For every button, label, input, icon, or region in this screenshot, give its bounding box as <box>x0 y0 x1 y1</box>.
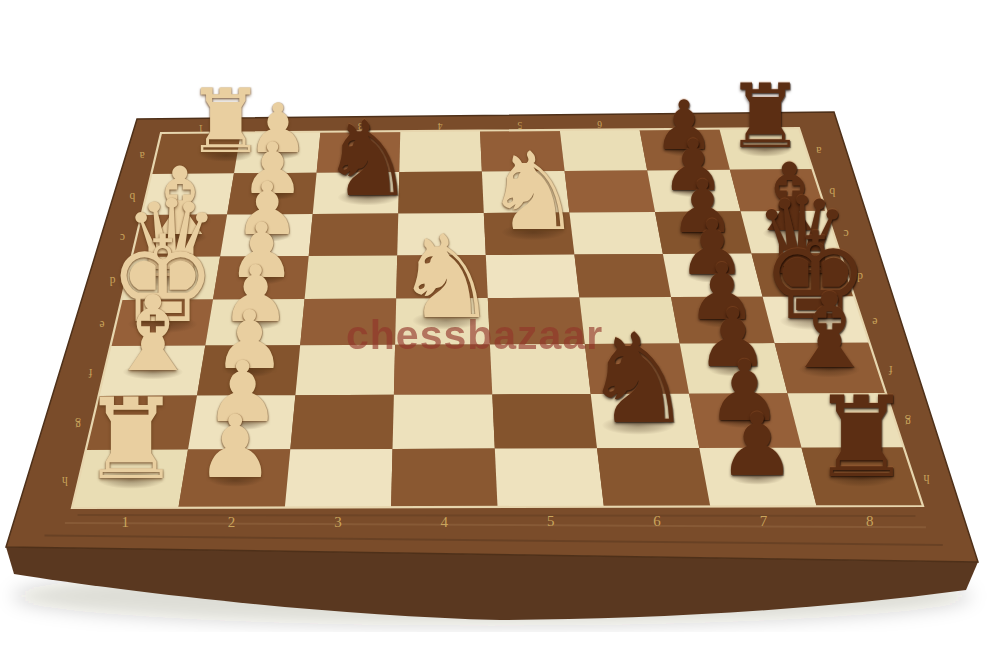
square-a1 <box>151 132 241 174</box>
square-d2 <box>213 256 309 299</box>
square-f1 <box>99 346 206 396</box>
coord-label-right-e: e <box>872 315 877 329</box>
square-a7 <box>640 129 730 171</box>
square-h6 <box>597 448 710 507</box>
coord-label-bottom-7: 7 <box>760 513 768 529</box>
square-c7 <box>655 211 752 254</box>
watermark-text: chessbazaar <box>346 312 603 359</box>
coord-label-top-6: 6 <box>597 119 602 129</box>
square-h2 <box>178 449 290 508</box>
square-d6 <box>574 254 671 298</box>
square-g2 <box>188 395 295 449</box>
square-c4 <box>397 213 486 256</box>
square-a6 <box>560 129 647 171</box>
square-c6 <box>569 212 663 255</box>
square-h4 <box>391 449 497 508</box>
square-d5 <box>486 255 580 298</box>
coord-label-bottom-6: 6 <box>653 513 661 529</box>
square-h8 <box>802 447 924 506</box>
square-a4 <box>399 131 482 173</box>
coord-label-left-e: e <box>99 319 104 331</box>
coord-label-left-b: b <box>129 191 135 203</box>
coord-label-right-h: h <box>923 472 929 486</box>
square-e1 <box>110 299 213 346</box>
square-g1 <box>86 396 197 450</box>
square-a3 <box>317 131 401 173</box>
square-g3 <box>290 395 394 450</box>
coord-label-left-g: g <box>75 418 81 431</box>
coord-label-top-5: 5 <box>517 120 522 130</box>
square-g5 <box>492 394 597 449</box>
coord-label-left-c: c <box>120 232 125 244</box>
square-a2 <box>234 132 321 174</box>
square-a8 <box>719 128 812 170</box>
square-c1 <box>132 215 228 258</box>
coord-label-bottom-4: 4 <box>441 514 449 530</box>
coord-label-bottom-8: 8 <box>866 513 874 529</box>
square-b5 <box>482 171 570 213</box>
coord-label-right-c: c <box>843 227 848 241</box>
square-e7 <box>671 297 775 344</box>
coord-label-top-3: 3 <box>358 121 363 131</box>
square-d7 <box>663 254 763 298</box>
coord-label-left-h: h <box>62 475 68 487</box>
coord-label-bottom-2: 2 <box>228 514 236 530</box>
square-b8 <box>730 169 826 211</box>
square-h5 <box>495 448 604 507</box>
square-b4 <box>398 172 484 214</box>
coord-label-top-8: 8 <box>756 118 761 128</box>
square-f8 <box>775 343 886 394</box>
square-f2 <box>197 345 300 395</box>
coord-label-left-a: a <box>140 150 145 162</box>
square-g7 <box>689 393 801 448</box>
square-e2 <box>205 299 304 346</box>
coord-label-bottom-1: 1 <box>121 514 129 530</box>
coord-label-top-7: 7 <box>677 119 682 129</box>
coord-label-top-1: 1 <box>198 123 203 133</box>
square-c2 <box>220 214 313 257</box>
coord-label-right-g: g <box>905 415 911 429</box>
square-c5 <box>484 212 575 255</box>
square-g8 <box>788 393 904 448</box>
square-h7 <box>699 448 816 507</box>
square-c3 <box>309 214 399 257</box>
coord-label-right-a: a <box>815 144 821 158</box>
coord-label-bottom-5: 5 <box>547 513 555 529</box>
square-b7 <box>647 170 740 212</box>
coord-label-top-4: 4 <box>437 121 442 131</box>
square-g6 <box>591 394 700 449</box>
coord-label-right-f: f <box>889 363 893 377</box>
square-h1 <box>72 450 188 508</box>
square-b6 <box>565 170 655 212</box>
coord-label-top-2: 2 <box>278 122 283 132</box>
square-d8 <box>752 253 855 297</box>
coord-label-left-d: d <box>109 275 115 287</box>
chess-board-product-photo: 1122334455667788aabbccddeeffgghh chessba… <box>0 0 1000 667</box>
square-b2 <box>227 173 317 215</box>
square-a5 <box>480 130 565 172</box>
coord-label-bottom-3: 3 <box>334 514 342 530</box>
square-h3 <box>285 449 393 508</box>
coord-label-right-b: b <box>829 185 835 199</box>
square-d4 <box>396 255 488 298</box>
square-c8 <box>741 211 840 254</box>
square-e8 <box>763 296 870 343</box>
square-d1 <box>121 257 220 300</box>
square-b1 <box>142 173 235 215</box>
coord-label-right-d: d <box>857 270 863 284</box>
frame-grain-2 <box>78 515 916 516</box>
coord-label-left-f: f <box>88 367 92 379</box>
square-b3 <box>313 172 400 214</box>
square-g4 <box>393 394 495 449</box>
square-f7 <box>680 343 788 394</box>
square-d3 <box>305 256 398 299</box>
